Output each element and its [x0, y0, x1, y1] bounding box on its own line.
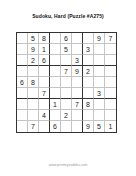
sudoku-cell-r9c3 — [39, 121, 50, 132]
sudoku-cell-r2c2: 9 — [28, 44, 39, 55]
sudoku-cell-r1c3: 8 — [39, 33, 50, 44]
sudoku-cell-r3c3: 6 — [39, 55, 50, 66]
sudoku-cell-r9c6 — [72, 121, 83, 132]
sudoku-cell-r6c6 — [72, 88, 83, 99]
sudoku-cell-r2c9 — [105, 44, 116, 55]
sudoku-cell-r7c6: 7 — [72, 99, 83, 110]
sudoku-cell-r1c6 — [72, 33, 83, 44]
sudoku-cell-r1c5: 6 — [61, 33, 72, 44]
sudoku-cell-r3c7 — [83, 55, 94, 66]
sudoku-cell-r8c6 — [72, 110, 83, 121]
sudoku-cell-r6c3: 7 — [39, 88, 50, 99]
sudoku-cell-r3c8 — [94, 55, 105, 66]
sudoku-cell-r2c8 — [94, 44, 105, 55]
sudoku-cell-r5c4 — [50, 77, 61, 88]
sudoku-cell-r2c4 — [50, 44, 61, 55]
sudoku-cell-r3c4 — [50, 55, 61, 66]
sudoku-cell-r5c7 — [83, 77, 94, 88]
sudoku-cell-r9c2: 7 — [28, 121, 39, 132]
sudoku-cell-r8c4 — [50, 110, 61, 121]
sudoku-cell-r5c9 — [105, 77, 116, 88]
sudoku-cell-r9c9: 1 — [105, 121, 116, 132]
sudoku-cell-r4c7: 2 — [83, 66, 94, 77]
sudoku-cell-r5c6 — [72, 77, 83, 88]
sudoku-cell-r9c1 — [17, 121, 28, 132]
sudoku-cell-r4c2 — [28, 66, 39, 77]
footer-url: www.printmysudoku.com — [0, 163, 136, 167]
sudoku-cell-r2c1 — [17, 44, 28, 55]
sudoku-cell-r8c7 — [83, 110, 94, 121]
puzzle-title: Sudoku, Hard (Puzzle #A275) — [0, 13, 136, 19]
sudoku-cell-r7c4: 1 — [50, 99, 61, 110]
sudoku-cell-r1c1 — [17, 33, 28, 44]
sudoku-cell-r7c9 — [105, 99, 116, 110]
sudoku-cell-r7c8 — [94, 99, 105, 110]
sudoku-cell-r6c2 — [28, 88, 39, 99]
sudoku-cell-r5c8 — [94, 77, 105, 88]
sudoku-cell-r6c9 — [105, 88, 116, 99]
sudoku-cell-r1c4 — [50, 33, 61, 44]
sudoku-cell-r8c3: 4 — [39, 110, 50, 121]
sudoku-cell-r4c9 — [105, 66, 116, 77]
sudoku-cell-r7c5 — [61, 99, 72, 110]
sudoku-cell-r6c5 — [61, 88, 72, 99]
sudoku-cell-r1c9: 7 — [105, 33, 116, 44]
sudoku-cell-r4c1 — [17, 66, 28, 77]
sudoku-cell-r8c9 — [105, 110, 116, 121]
sudoku-cell-r3c6: 3 — [72, 55, 83, 66]
sudoku-grid: 58697915326379268731784276951 — [16, 32, 117, 133]
sudoku-cell-r6c1 — [17, 88, 28, 99]
sudoku-cell-r8c8 — [94, 110, 105, 121]
sudoku-cell-r6c8: 3 — [94, 88, 105, 99]
sudoku-cell-r4c4 — [50, 66, 61, 77]
sudoku-cell-r5c5 — [61, 77, 72, 88]
sudoku-cell-r3c1 — [17, 55, 28, 66]
sudoku-cell-r9c8: 5 — [94, 121, 105, 132]
sudoku-cell-r8c1 — [17, 110, 28, 121]
sudoku-cell-r4c6: 9 — [72, 66, 83, 77]
sudoku-cell-r9c7: 9 — [83, 121, 94, 132]
sudoku-cell-r9c4: 6 — [50, 121, 61, 132]
sudoku-cell-r5c2: 8 — [28, 77, 39, 88]
sudoku-cell-r3c5 — [61, 55, 72, 66]
sudoku-cell-r1c8: 9 — [94, 33, 105, 44]
sudoku-cell-r7c2 — [28, 99, 39, 110]
sudoku-cell-r7c7: 8 — [83, 99, 94, 110]
sudoku-cell-r4c5: 7 — [61, 66, 72, 77]
sudoku-cell-r6c4 — [50, 88, 61, 99]
sudoku-cell-r4c3 — [39, 66, 50, 77]
sudoku-cell-r6c7 — [83, 88, 94, 99]
sudoku-cell-r3c2: 2 — [28, 55, 39, 66]
sudoku-cell-r5c3 — [39, 77, 50, 88]
sudoku-cell-r5c1: 6 — [17, 77, 28, 88]
sudoku-cell-r7c1 — [17, 99, 28, 110]
sudoku-cell-r2c7: 3 — [83, 44, 94, 55]
sudoku-cell-r2c3: 1 — [39, 44, 50, 55]
sudoku-cell-r2c5: 5 — [61, 44, 72, 55]
sudoku-cell-r3c9 — [105, 55, 116, 66]
sudoku-cell-r8c5: 2 — [61, 110, 72, 121]
sudoku-cell-r7c3 — [39, 99, 50, 110]
sudoku-cell-r9c5 — [61, 121, 72, 132]
sudoku-cell-r2c6 — [72, 44, 83, 55]
sudoku-cell-r4c8 — [94, 66, 105, 77]
sudoku-cell-r1c2: 5 — [28, 33, 39, 44]
sudoku-cell-r8c2 — [28, 110, 39, 121]
sudoku-cell-r1c7 — [83, 33, 94, 44]
